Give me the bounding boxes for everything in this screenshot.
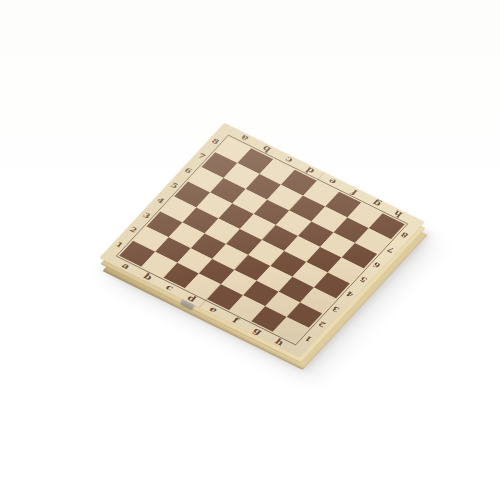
chess-board: aabbccddeeffgghh1122334455667788 — [100, 123, 425, 357]
product-photo-background: aabbccddeeffgghh1122334455667788 — [0, 0, 500, 500]
